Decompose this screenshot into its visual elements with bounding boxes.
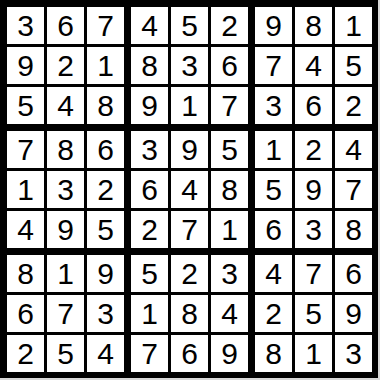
cell-r3c9[interactable]: 2	[335, 87, 372, 124]
cell-r7c6[interactable]: 3	[211, 255, 248, 292]
sudoku-board: 3674529819218367455489173627863951241326…	[0, 0, 378, 378]
cell-r7c9[interactable]: 6	[335, 255, 372, 292]
cell-r5c8[interactable]: 9	[295, 171, 332, 208]
cell-r6c4[interactable]: 2	[131, 211, 168, 248]
cell-r8c1[interactable]: 6	[7, 295, 44, 332]
cell-r9c1[interactable]: 2	[7, 335, 44, 372]
cell-r3c4[interactable]: 9	[131, 87, 168, 124]
cell-r4c6[interactable]: 5	[211, 131, 248, 168]
cell-r1c6[interactable]: 2	[211, 7, 248, 44]
cell-r3c8[interactable]: 6	[295, 87, 332, 124]
cell-r9c8[interactable]: 1	[295, 335, 332, 372]
cell-r8c9[interactable]: 9	[335, 295, 372, 332]
cell-r2c3[interactable]: 1	[87, 47, 124, 84]
cell-r8c7[interactable]: 2	[255, 295, 292, 332]
cell-r2c2[interactable]: 2	[47, 47, 84, 84]
cell-r7c2[interactable]: 1	[47, 255, 84, 292]
cell-r3c7[interactable]: 3	[255, 87, 292, 124]
cell-r8c4[interactable]: 1	[131, 295, 168, 332]
cell-r6c2[interactable]: 9	[47, 211, 84, 248]
cell-r8c2[interactable]: 7	[47, 295, 84, 332]
cell-r1c4[interactable]: 4	[131, 7, 168, 44]
cell-r5c6[interactable]: 8	[211, 171, 248, 208]
cell-r4c1[interactable]: 7	[7, 131, 44, 168]
cell-r5c2[interactable]: 3	[47, 171, 84, 208]
cell-r1c9[interactable]: 1	[335, 7, 372, 44]
cell-r6c8[interactable]: 3	[295, 211, 332, 248]
cell-r4c2[interactable]: 8	[47, 131, 84, 168]
cell-r9c6[interactable]: 9	[211, 335, 248, 372]
cell-r6c9[interactable]: 8	[335, 211, 372, 248]
cell-r3c2[interactable]: 4	[47, 87, 84, 124]
cell-r3c5[interactable]: 1	[171, 87, 208, 124]
cell-r5c9[interactable]: 7	[335, 171, 372, 208]
cell-r2c6[interactable]: 6	[211, 47, 248, 84]
cell-r1c2[interactable]: 6	[47, 7, 84, 44]
cell-r1c5[interactable]: 5	[171, 7, 208, 44]
cell-r2c7[interactable]: 7	[255, 47, 292, 84]
cell-r6c5[interactable]: 7	[171, 211, 208, 248]
cell-r9c3[interactable]: 4	[87, 335, 124, 372]
cell-r6c6[interactable]: 1	[211, 211, 248, 248]
cell-r4c5[interactable]: 9	[171, 131, 208, 168]
cell-r3c3[interactable]: 8	[87, 87, 124, 124]
cell-r7c1[interactable]: 8	[7, 255, 44, 292]
cell-r5c3[interactable]: 2	[87, 171, 124, 208]
cell-r7c5[interactable]: 2	[171, 255, 208, 292]
cell-r3c6[interactable]: 7	[211, 87, 248, 124]
cell-r2c9[interactable]: 5	[335, 47, 372, 84]
cell-r2c8[interactable]: 4	[295, 47, 332, 84]
cell-r4c4[interactable]: 3	[131, 131, 168, 168]
cell-r4c8[interactable]: 2	[295, 131, 332, 168]
cell-r7c3[interactable]: 9	[87, 255, 124, 292]
cell-r4c7[interactable]: 1	[255, 131, 292, 168]
cell-r3c1[interactable]: 5	[7, 87, 44, 124]
cell-r5c1[interactable]: 1	[7, 171, 44, 208]
cell-r5c4[interactable]: 6	[131, 171, 168, 208]
cell-r2c1[interactable]: 9	[7, 47, 44, 84]
cell-r1c1[interactable]: 3	[7, 7, 44, 44]
cell-r7c7[interactable]: 4	[255, 255, 292, 292]
cell-r4c9[interactable]: 4	[335, 131, 372, 168]
cell-r5c5[interactable]: 4	[171, 171, 208, 208]
cell-r9c7[interactable]: 8	[255, 335, 292, 372]
cell-r6c3[interactable]: 5	[87, 211, 124, 248]
cell-r9c9[interactable]: 3	[335, 335, 372, 372]
cell-r9c5[interactable]: 6	[171, 335, 208, 372]
cell-r6c7[interactable]: 6	[255, 211, 292, 248]
cell-r9c2[interactable]: 5	[47, 335, 84, 372]
cell-r7c4[interactable]: 5	[131, 255, 168, 292]
cell-r2c5[interactable]: 3	[171, 47, 208, 84]
cell-r9c4[interactable]: 7	[131, 335, 168, 372]
cell-r8c8[interactable]: 5	[295, 295, 332, 332]
cell-r6c1[interactable]: 4	[7, 211, 44, 248]
cell-r8c3[interactable]: 3	[87, 295, 124, 332]
cell-r1c3[interactable]: 7	[87, 7, 124, 44]
cell-r8c6[interactable]: 4	[211, 295, 248, 332]
cell-r1c7[interactable]: 9	[255, 7, 292, 44]
cell-r2c4[interactable]: 8	[131, 47, 168, 84]
cell-r7c8[interactable]: 7	[295, 255, 332, 292]
cell-r5c7[interactable]: 5	[255, 171, 292, 208]
cell-r1c8[interactable]: 8	[295, 7, 332, 44]
cell-r4c3[interactable]: 6	[87, 131, 124, 168]
cell-r8c5[interactable]: 8	[171, 295, 208, 332]
